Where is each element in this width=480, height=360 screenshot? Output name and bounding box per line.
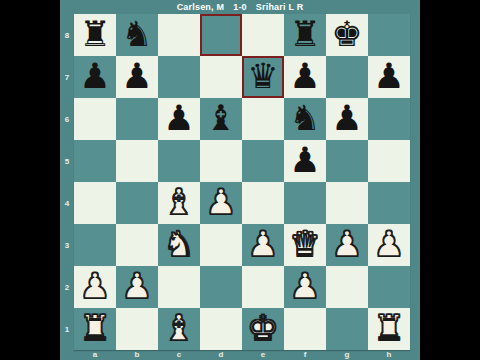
white-king-e1[interactable]: ♚ [247,307,278,349]
square-e4[interactable] [242,182,284,224]
square-c6[interactable]: ♟ [158,98,200,140]
black-knight-f6[interactable]: ♞ [289,97,320,139]
square-b3[interactable] [116,224,158,266]
square-a5[interactable] [74,140,116,182]
rank-labels: 87654321 [60,14,74,350]
square-g5[interactable] [326,140,368,182]
file-label-g: g [326,350,368,360]
square-g6[interactable]: ♟ [326,98,368,140]
square-f1[interactable] [284,308,326,350]
square-h3[interactable]: ♟ [368,224,410,266]
rank-label-5: 5 [60,140,74,182]
square-b6[interactable] [116,98,158,140]
square-e2[interactable] [242,266,284,308]
app-window: Carlsen, M 1-0 Srihari L R 87654321 ♜♞♜♚… [0,0,480,360]
square-f7[interactable]: ♟ [284,56,326,98]
white-player-name: Carlsen, M [177,2,225,12]
black-player-name: Srihari L R [256,2,304,12]
square-a3[interactable] [74,224,116,266]
white-pawn-e3[interactable]: ♟ [247,223,278,265]
right-letterbox-bar [420,0,480,360]
black-pawn-f7[interactable]: ♟ [289,55,320,97]
square-e8[interactable] [242,14,284,56]
rank-label-7: 7 [60,56,74,98]
file-label-d: d [200,350,242,360]
black-bishop-d6[interactable]: ♝ [205,97,236,139]
square-g7[interactable] [326,56,368,98]
black-pawn-g6[interactable]: ♟ [331,97,362,139]
file-label-c: c [158,350,200,360]
square-a7[interactable]: ♟ [74,56,116,98]
square-b2[interactable]: ♟ [116,266,158,308]
rank-label-3: 3 [60,224,74,266]
square-c8[interactable] [158,14,200,56]
black-queen-e7[interactable]: ♛ [247,55,278,97]
square-d6[interactable]: ♝ [200,98,242,140]
square-d5[interactable] [200,140,242,182]
white-bishop-c1[interactable]: ♝ [163,307,194,349]
square-c7[interactable] [158,56,200,98]
square-d4[interactable]: ♟ [200,182,242,224]
black-rook-a8[interactable]: ♜ [79,13,110,55]
white-rook-a1[interactable]: ♜ [79,307,110,349]
square-c1[interactable]: ♝ [158,308,200,350]
black-pawn-c6[interactable]: ♟ [163,97,194,139]
square-f8[interactable]: ♜ [284,14,326,56]
rank-label-8: 8 [60,14,74,56]
black-pawn-h7[interactable]: ♟ [373,55,404,97]
square-f2[interactable]: ♟ [284,266,326,308]
square-h5[interactable] [368,140,410,182]
square-a6[interactable] [74,98,116,140]
square-d8[interactable] [200,14,242,56]
square-c2[interactable] [158,266,200,308]
square-h1[interactable]: ♜ [368,308,410,350]
square-b5[interactable] [116,140,158,182]
black-pawn-b7[interactable]: ♟ [121,55,152,97]
rank-label-2: 2 [60,266,74,308]
file-label-a: a [74,350,116,360]
square-e3[interactable]: ♟ [242,224,284,266]
square-g8[interactable]: ♚ [326,14,368,56]
white-pawn-b2[interactable]: ♟ [121,265,152,307]
square-e6[interactable] [242,98,284,140]
square-g4[interactable] [326,182,368,224]
white-pawn-f2[interactable]: ♟ [289,265,320,307]
square-e5[interactable] [242,140,284,182]
square-h6[interactable] [368,98,410,140]
black-pawn-a7[interactable]: ♟ [79,55,110,97]
square-c4[interactable]: ♝ [158,182,200,224]
square-d1[interactable] [200,308,242,350]
square-f6[interactable]: ♞ [284,98,326,140]
white-pawn-h3[interactable]: ♟ [373,223,404,265]
rank-label-1: 1 [60,308,74,350]
white-pawn-g3[interactable]: ♟ [331,223,362,265]
square-e1[interactable]: ♚ [242,308,284,350]
square-a4[interactable] [74,182,116,224]
square-f3[interactable]: ♛ [284,224,326,266]
square-c3[interactable]: ♞ [158,224,200,266]
left-letterbox-bar [0,0,60,360]
file-label-e: e [242,350,284,360]
game-header: Carlsen, M 1-0 Srihari L R [60,0,420,14]
white-pawn-a2[interactable]: ♟ [79,265,110,307]
square-d2[interactable] [200,266,242,308]
white-rook-h1[interactable]: ♜ [373,307,404,349]
square-f5[interactable]: ♟ [284,140,326,182]
square-a2[interactable]: ♟ [74,266,116,308]
game-result: 1-0 [233,2,247,12]
file-label-f: f [284,350,326,360]
square-d7[interactable] [200,56,242,98]
square-d3[interactable] [200,224,242,266]
square-b4[interactable] [116,182,158,224]
black-knight-b8[interactable]: ♞ [121,13,152,55]
square-h2[interactable] [368,266,410,308]
white-bishop-c4[interactable]: ♝ [163,181,194,223]
square-g1[interactable] [326,308,368,350]
white-pawn-d4[interactable]: ♟ [205,181,236,223]
square-e7[interactable]: ♛ [242,56,284,98]
square-g3[interactable]: ♟ [326,224,368,266]
square-b7[interactable]: ♟ [116,56,158,98]
square-h4[interactable] [368,182,410,224]
square-a8[interactable]: ♜ [74,14,116,56]
square-g2[interactable] [326,266,368,308]
black-king-g8[interactable]: ♚ [331,13,362,55]
square-b8[interactable]: ♞ [116,14,158,56]
file-labels: abcdefgh [74,350,410,360]
black-rook-f8[interactable]: ♜ [289,13,320,55]
chess-board: ♜♞♜♚♟♟♛♟♟♟♝♞♟♟♝♟♞♟♛♟♟♟♟♟♜♝♚♜ [74,14,410,350]
rank-label-4: 4 [60,182,74,224]
rank-label-6: 6 [60,98,74,140]
square-a1[interactable]: ♜ [74,308,116,350]
black-pawn-f5[interactable]: ♟ [289,139,320,181]
game-panel: Carlsen, M 1-0 Srihari L R 87654321 ♜♞♜♚… [60,0,420,360]
square-c5[interactable] [158,140,200,182]
white-queen-f3[interactable]: ♛ [289,223,320,265]
square-b1[interactable] [116,308,158,350]
file-label-h: h [368,350,410,360]
square-h8[interactable] [368,14,410,56]
file-label-b: b [116,350,158,360]
square-f4[interactable] [284,182,326,224]
square-h7[interactable]: ♟ [368,56,410,98]
white-knight-c3[interactable]: ♞ [163,223,194,265]
